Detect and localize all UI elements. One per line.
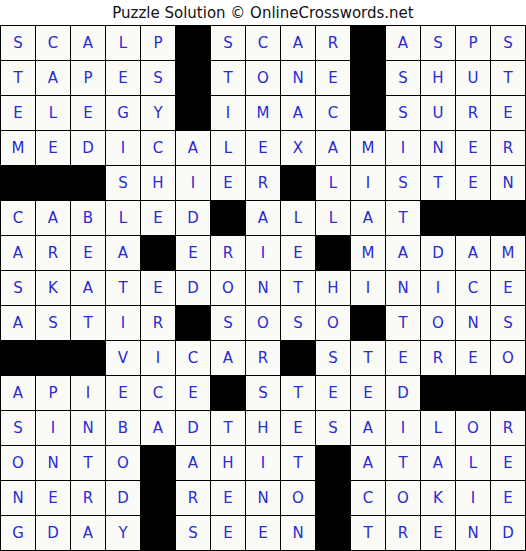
grid-cell: C xyxy=(351,481,385,515)
black-cell xyxy=(316,481,350,515)
grid-cell: O xyxy=(246,306,280,340)
grid-cell: A xyxy=(36,61,70,95)
black-cell xyxy=(316,446,350,480)
grid-cell: S xyxy=(1,411,35,445)
grid-cell: A xyxy=(211,341,245,375)
grid-cell: N xyxy=(246,271,280,305)
grid-cell: E xyxy=(491,446,525,480)
black-cell xyxy=(281,166,315,200)
grid-cell: I xyxy=(246,446,280,480)
grid-cell: L xyxy=(316,201,350,235)
black-cell xyxy=(71,166,105,200)
grid-cell: I xyxy=(351,271,385,305)
grid-cell: N xyxy=(71,411,105,445)
grid-cell: R xyxy=(211,236,245,270)
black-cell xyxy=(211,376,245,410)
grid-cell: U xyxy=(421,96,455,130)
grid-cell: T xyxy=(281,446,315,480)
black-cell xyxy=(211,201,245,235)
grid-cell: P xyxy=(71,61,105,95)
grid-cell: N xyxy=(456,306,490,340)
grid-cell: D xyxy=(106,481,140,515)
grid-cell: H xyxy=(141,166,175,200)
black-cell xyxy=(1,166,35,200)
grid-cell: E xyxy=(36,131,70,165)
grid-cell: I xyxy=(176,166,210,200)
black-cell xyxy=(456,201,490,235)
grid-cell: A xyxy=(246,201,280,235)
grid-cell: E xyxy=(211,481,245,515)
grid-cell: A xyxy=(106,236,140,270)
grid-cell: S xyxy=(386,61,420,95)
grid-cell: S xyxy=(141,61,175,95)
grid-cell: T xyxy=(71,446,105,480)
puzzle-title: Puzzle Solution © OnlineCrosswords.net xyxy=(0,0,526,25)
grid-cell: L xyxy=(211,131,245,165)
grid-cell: G xyxy=(1,516,35,550)
black-cell xyxy=(141,236,175,270)
grid-cell: E xyxy=(246,516,280,550)
grid-cell: N xyxy=(1,481,35,515)
black-cell xyxy=(491,376,525,410)
grid-cell: E xyxy=(281,236,315,270)
grid-cell: T xyxy=(421,166,455,200)
black-cell xyxy=(176,26,210,60)
grid-cell: E xyxy=(351,376,385,410)
grid-cell: M xyxy=(1,131,35,165)
grid-cell: E xyxy=(1,96,35,130)
grid-cell: K xyxy=(421,481,455,515)
grid-cell: R xyxy=(386,516,420,550)
grid-cell: B xyxy=(106,411,140,445)
grid-cell: D xyxy=(491,516,525,550)
black-cell xyxy=(176,96,210,130)
grid-cell: N xyxy=(456,516,490,550)
grid-cell: A xyxy=(1,376,35,410)
grid-cell: T xyxy=(491,61,525,95)
grid-cell: S xyxy=(491,26,525,60)
grid-cell: R xyxy=(176,481,210,515)
grid-cell: S xyxy=(491,306,525,340)
black-cell xyxy=(351,61,385,95)
grid-cell: L xyxy=(106,201,140,235)
grid-cell: I xyxy=(456,481,490,515)
grid-cell: G xyxy=(106,96,140,130)
grid-cell: O xyxy=(1,446,35,480)
grid-cell: A xyxy=(71,516,105,550)
grid-cell: D xyxy=(36,516,70,550)
grid-cell: R xyxy=(456,96,490,130)
grid-cell: R xyxy=(491,131,525,165)
grid-cell: B xyxy=(71,201,105,235)
black-cell xyxy=(36,341,70,375)
grid-cell: O xyxy=(211,271,245,305)
grid-cell: C xyxy=(316,96,350,130)
grid-cell: T xyxy=(71,306,105,340)
grid-cell: O xyxy=(281,481,315,515)
grid-cell: S xyxy=(211,306,245,340)
grid-cell: L xyxy=(316,166,350,200)
grid-cell: A xyxy=(456,236,490,270)
grid-cell: A xyxy=(281,96,315,130)
grid-cell: R xyxy=(36,236,70,270)
grid-cell: E xyxy=(456,166,490,200)
black-cell xyxy=(141,446,175,480)
grid-cell: C xyxy=(141,131,175,165)
grid-cell: E xyxy=(316,376,350,410)
grid-cell: A xyxy=(1,236,35,270)
grid-cell: T xyxy=(106,271,140,305)
grid-cell: A xyxy=(386,26,420,60)
grid-cell: E xyxy=(106,376,140,410)
grid-cell: S xyxy=(36,306,70,340)
grid-cell: O xyxy=(456,411,490,445)
grid-cell: E xyxy=(141,201,175,235)
grid-cell: P xyxy=(141,26,175,60)
grid-cell: A xyxy=(36,201,70,235)
grid-cell: I xyxy=(211,96,245,130)
grid-cell: I xyxy=(106,131,140,165)
grid-cell: D xyxy=(176,201,210,235)
grid-cell: A xyxy=(176,131,210,165)
grid-cell: A xyxy=(386,236,420,270)
grid-cell: T xyxy=(351,516,385,550)
grid-cell: I xyxy=(141,341,175,375)
black-cell xyxy=(36,166,70,200)
grid-cell: T xyxy=(386,446,420,480)
grid-cell: E xyxy=(106,61,140,95)
grid-cell: S xyxy=(246,376,280,410)
grid-cell: C xyxy=(141,376,175,410)
grid-cell: E xyxy=(176,236,210,270)
black-cell xyxy=(351,26,385,60)
grid-cell: S xyxy=(281,306,315,340)
grid-cell: C xyxy=(456,271,490,305)
grid-cell: E xyxy=(141,271,175,305)
grid-cell: S xyxy=(316,341,350,375)
grid-cell: T xyxy=(281,376,315,410)
grid-cell: L xyxy=(421,411,455,445)
grid-cell: T xyxy=(351,341,385,375)
grid-cell: M xyxy=(351,131,385,165)
grid-cell: E xyxy=(491,481,525,515)
grid-cell: O xyxy=(491,341,525,375)
grid-cell: A xyxy=(71,271,105,305)
black-cell xyxy=(1,341,35,375)
grid-cell: S xyxy=(316,411,350,445)
grid-cell: N xyxy=(246,481,280,515)
grid-cell: R xyxy=(246,341,280,375)
black-cell xyxy=(176,61,210,95)
crossword-grid: SCALPSCARASPSTAPESTONESHUTELEGYIMACSUREM… xyxy=(0,25,526,551)
grid-cell: I xyxy=(351,166,385,200)
grid-cell: S xyxy=(1,271,35,305)
grid-cell: P xyxy=(36,376,70,410)
grid-cell: D xyxy=(386,376,420,410)
grid-cell: A xyxy=(421,446,455,480)
grid-cell: M xyxy=(491,236,525,270)
grid-cell: T xyxy=(1,61,35,95)
grid-cell: I xyxy=(386,411,420,445)
grid-cell: A xyxy=(351,446,385,480)
grid-cell: S xyxy=(386,166,420,200)
grid-cell: A xyxy=(141,411,175,445)
grid-cell: R xyxy=(421,341,455,375)
grid-cell: E xyxy=(491,271,525,305)
grid-cell: R xyxy=(71,481,105,515)
grid-cell: D xyxy=(71,131,105,165)
black-cell xyxy=(456,376,490,410)
grid-cell: I xyxy=(421,271,455,305)
grid-cell: L xyxy=(36,96,70,130)
grid-cell: M xyxy=(246,96,280,130)
grid-cell: I xyxy=(246,236,280,270)
grid-cell: E xyxy=(491,96,525,130)
grid-cell: R xyxy=(316,26,350,60)
black-cell xyxy=(281,341,315,375)
grid-cell: A xyxy=(176,446,210,480)
grid-cell: M xyxy=(351,236,385,270)
black-cell xyxy=(141,516,175,550)
grid-cell: D xyxy=(176,271,210,305)
grid-cell: L xyxy=(106,26,140,60)
grid-cell: Y xyxy=(106,516,140,550)
grid-cell: R xyxy=(246,166,280,200)
grid-cell: C xyxy=(176,341,210,375)
black-cell xyxy=(71,341,105,375)
grid-cell: R xyxy=(141,306,175,340)
black-cell xyxy=(176,306,210,340)
grid-cell: E xyxy=(246,131,280,165)
grid-cell: O xyxy=(316,306,350,340)
grid-cell: E xyxy=(71,236,105,270)
grid-cell: A xyxy=(351,201,385,235)
grid-cell: V xyxy=(106,341,140,375)
grid-cell: S xyxy=(1,26,35,60)
black-cell xyxy=(491,201,525,235)
grid-cell: T xyxy=(281,271,315,305)
grid-cell: C xyxy=(36,26,70,60)
grid-cell: E xyxy=(421,516,455,550)
grid-cell: O xyxy=(106,446,140,480)
grid-cell: L xyxy=(281,201,315,235)
grid-cell: S xyxy=(386,96,420,130)
grid-cell: O xyxy=(421,306,455,340)
grid-cell: A xyxy=(281,26,315,60)
grid-cell: I xyxy=(36,411,70,445)
grid-cell: D xyxy=(176,411,210,445)
grid-cell: E xyxy=(71,96,105,130)
grid-cell: N xyxy=(421,131,455,165)
grid-cell: S xyxy=(211,26,245,60)
black-cell xyxy=(421,376,455,410)
grid-cell: D xyxy=(421,236,455,270)
black-cell xyxy=(316,236,350,270)
black-cell xyxy=(351,96,385,130)
grid-cell: H xyxy=(421,61,455,95)
grid-cell: K xyxy=(36,271,70,305)
grid-cell: E xyxy=(211,516,245,550)
grid-cell: E xyxy=(36,481,70,515)
grid-cell: N xyxy=(491,166,525,200)
black-cell xyxy=(316,516,350,550)
grid-cell: H xyxy=(316,271,350,305)
grid-cell: E xyxy=(176,376,210,410)
grid-cell: N xyxy=(386,271,420,305)
grid-cell: I xyxy=(386,131,420,165)
grid-cell: X xyxy=(281,131,315,165)
grid-cell: I xyxy=(106,306,140,340)
grid-cell: E xyxy=(281,411,315,445)
grid-cell: O xyxy=(386,481,420,515)
black-cell xyxy=(141,481,175,515)
grid-cell: S xyxy=(106,166,140,200)
grid-cell: E xyxy=(456,131,490,165)
grid-cell: T xyxy=(211,411,245,445)
grid-cell: R xyxy=(491,411,525,445)
grid-cell: A xyxy=(351,411,385,445)
grid-cell: P xyxy=(456,26,490,60)
grid-cell: A xyxy=(1,306,35,340)
grid-cell: H xyxy=(211,446,245,480)
grid-cell: T xyxy=(386,201,420,235)
grid-cell: S xyxy=(176,516,210,550)
grid-cell: N xyxy=(281,61,315,95)
grid-cell: E xyxy=(316,61,350,95)
black-cell xyxy=(351,306,385,340)
grid-cell: E xyxy=(211,166,245,200)
grid-cell: U xyxy=(456,61,490,95)
grid-cell: T xyxy=(386,306,420,340)
grid-cell: C xyxy=(1,201,35,235)
grid-cell: Y xyxy=(141,96,175,130)
black-cell xyxy=(421,201,455,235)
grid-cell: E xyxy=(456,341,490,375)
grid-cell: I xyxy=(71,376,105,410)
grid-cell: S xyxy=(421,26,455,60)
grid-cell: O xyxy=(246,61,280,95)
grid-cell: N xyxy=(36,446,70,480)
grid-cell: A xyxy=(316,131,350,165)
grid-cell: N xyxy=(281,516,315,550)
grid-cell: H xyxy=(246,411,280,445)
grid-cell: C xyxy=(246,26,280,60)
grid-cell: L xyxy=(456,446,490,480)
grid-cell: T xyxy=(211,61,245,95)
grid-cell: A xyxy=(71,26,105,60)
grid-cell: E xyxy=(386,341,420,375)
